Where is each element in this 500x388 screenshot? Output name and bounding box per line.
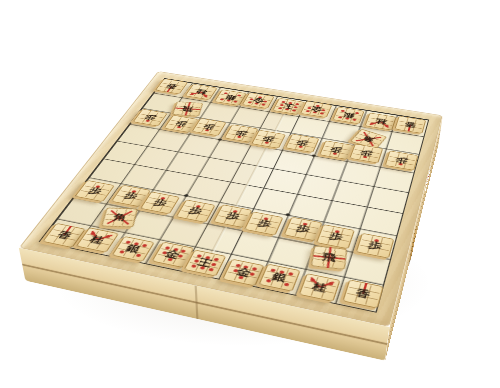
piece-face: 金 [225, 261, 262, 285]
piece-kanji: 銀 [115, 238, 152, 260]
piece-sente-pawn[interactable]: 歩 [316, 224, 355, 249]
movement-dot [195, 205, 200, 208]
movement-dot [235, 263, 241, 267]
piece-face: 金 [154, 243, 191, 266]
piece-sente-silver[interactable]: 銀 [258, 263, 300, 291]
piece-face: 香 [345, 281, 381, 306]
movement-arrow-e [329, 257, 345, 260]
piece-kanji: 歩 [352, 145, 381, 162]
piece-face: 歩 [358, 234, 391, 256]
movement-dot [119, 250, 125, 254]
piece-kanji: 飛 [314, 247, 346, 268]
movement-dot [126, 240, 132, 244]
movement-dot [250, 272, 256, 276]
piece-gote-rook[interactable]: 飛 [172, 101, 203, 116]
movement-arrow-sw [106, 217, 120, 224]
movement-arrow-nw [110, 210, 120, 218]
piece-gote-knight[interactable]: 桂 [365, 113, 397, 131]
movement-arrow-n [328, 247, 332, 257]
piece-kanji: 桂 [367, 114, 395, 129]
piece-kanji: 歩 [387, 152, 416, 169]
piece-gote-gold[interactable]: 金 [241, 92, 274, 108]
movement-dot [266, 279, 272, 283]
movement-dot [173, 247, 179, 251]
movement-dot [167, 258, 173, 262]
piece-kanji: 歩 [178, 201, 212, 221]
movement-arrow-nw [91, 231, 98, 240]
movement-dot [374, 239, 379, 243]
piece-gote-knight[interactable]: 桂 [184, 84, 217, 100]
movement-arrow-ne [97, 234, 112, 240]
piece-face: 歩 [166, 116, 196, 131]
piece-face: 歩 [78, 181, 113, 200]
movement-dot [311, 278, 317, 282]
piece-sente-silver[interactable]: 銀 [112, 236, 155, 262]
piece-kanji: 香 [46, 225, 84, 246]
movement-dot [233, 269, 239, 273]
piece-kanji: 金 [154, 243, 191, 266]
piece-sente-pawn[interactable]: 歩 [213, 204, 253, 228]
movement-dot [194, 259, 200, 263]
movement-dot [90, 231, 96, 234]
piece-face: 歩 [226, 126, 256, 142]
piece-kanji: 歩 [321, 142, 351, 159]
piece-face: 歩 [254, 131, 284, 147]
piece-kanji: 歩 [247, 213, 281, 234]
movement-dot [135, 253, 141, 257]
piece-face: 歩 [143, 193, 178, 213]
piece-face: 飛 [314, 247, 346, 268]
product-photo-scene: 香桂銀金玉金銀桂香飛角歩歩歩歩歩歩歩歩歩歩歩歩歩歩歩歩歩歩角飛香桂銀金王金銀桂香 [0, 0, 500, 388]
piece-gote-pawn[interactable]: 歩 [350, 144, 384, 164]
piece-kanji: 金 [303, 102, 331, 117]
piece-kanji: 香 [345, 281, 381, 306]
piece-face: 飛 [174, 102, 201, 115]
piece-face: 歩 [321, 142, 351, 159]
piece-gote-lance[interactable]: 香 [394, 116, 426, 134]
movement-arrow-ne [320, 281, 335, 288]
piece-kanji: 玉 [275, 99, 303, 113]
piece-gote-lance[interactable]: 香 [155, 79, 188, 95]
piece-kanji: 王 [187, 251, 224, 274]
movement-dot [211, 262, 217, 266]
movement-dot [288, 272, 294, 276]
movement-arrow-n [362, 283, 368, 294]
piece-face: 王 [187, 251, 224, 274]
movement-arrow-nw [311, 277, 321, 288]
movement-dot [283, 282, 289, 286]
piece-kanji: 銀 [334, 108, 362, 123]
piece-sente-king[interactable]: 王 [184, 249, 227, 276]
movement-dot [279, 270, 285, 274]
piece-kanji: 銀 [261, 265, 297, 289]
movement-dot [264, 217, 269, 220]
movement-arrow-ne [119, 211, 132, 218]
piece-sente-pawn[interactable]: 歩 [140, 191, 180, 214]
piece-gote-pawn[interactable]: 歩 [384, 151, 418, 171]
movement-dot [244, 265, 250, 269]
piece-kanji: 歩 [166, 116, 196, 131]
piece-kanji: 角 [103, 209, 135, 226]
piece-kanji: 桂 [187, 85, 215, 99]
piece-face: 歩 [319, 226, 353, 247]
movement-dot [233, 210, 238, 213]
movement-dot [160, 197, 165, 200]
piece-face: 歩 [352, 145, 381, 162]
piece-kanji: 金 [225, 261, 262, 285]
piece-sente-pawn[interactable]: 歩 [283, 217, 322, 241]
piece-kanji: 歩 [216, 206, 250, 226]
piece-face: 角 [103, 209, 135, 226]
movement-dot [252, 267, 258, 271]
movement-dot [96, 185, 101, 188]
shogi-board: 香桂銀金玉金銀桂香飛角歩歩歩歩歩歩歩歩歩歩歩歩歩歩歩歩歩歩角飛香桂銀金王金銀桂香 [19, 71, 443, 327]
movement-dot [178, 254, 184, 258]
piece-sente-rook[interactable]: 飛 [311, 246, 348, 270]
piece-kanji: 歩 [135, 110, 165, 125]
piece-sente-gold[interactable]: 金 [151, 241, 194, 267]
piece-face: 歩 [178, 201, 212, 221]
movement-arrow-se [118, 217, 128, 225]
piece-gote-silver[interactable]: 銀 [332, 107, 364, 124]
piece-sente-pawn[interactable]: 歩 [111, 185, 151, 207]
piece-kanji: 歩 [226, 126, 256, 142]
piece-kanji: 歩 [319, 226, 353, 247]
movement-dot [302, 222, 307, 225]
piece-kanji: 歩 [143, 193, 178, 213]
piece-kanji: 飛 [174, 102, 201, 115]
movement-arrow-w [314, 255, 330, 258]
piece-kanji: 香 [157, 80, 186, 93]
piece-face: 金 [303, 102, 331, 117]
movement-dot [270, 268, 276, 272]
movement-arrow-s [327, 258, 331, 269]
star-point [286, 213, 291, 216]
movement-dot [165, 246, 171, 250]
movement-dot [191, 264, 197, 268]
movement-dot [200, 266, 206, 270]
piece-sente-lance[interactable]: 香 [342, 279, 383, 308]
star-point [183, 194, 188, 197]
piece-sente-pawn[interactable]: 歩 [245, 211, 284, 235]
movement-dot [213, 257, 219, 261]
piece-face: 桂 [187, 85, 215, 99]
piece-face: 銀 [334, 108, 362, 123]
movement-arrow-n [64, 226, 73, 236]
movement-dot [162, 251, 168, 255]
sticker-print [429, 171, 430, 177]
movement-dot [197, 254, 203, 258]
piece-face: 歩 [113, 186, 148, 205]
piece-kanji: 金 [244, 94, 272, 108]
movement-dot [181, 249, 187, 253]
piece-face: 玉 [275, 99, 303, 113]
piece-sente-knight[interactable]: 桂 [299, 273, 341, 302]
piece-kanji: 歩 [113, 186, 148, 205]
movement-dot [131, 190, 136, 193]
piece-face: 銀 [216, 91, 244, 105]
piece-kanji: 桂 [79, 229, 116, 251]
piece-kanji: 歩 [288, 135, 318, 151]
movement-dot [142, 243, 148, 247]
piece-sente-lance[interactable]: 香 [43, 223, 87, 248]
movement-dot [328, 281, 334, 285]
piece-gote-pawn[interactable]: 歩 [285, 134, 319, 153]
piece-face: 歩 [288, 135, 318, 151]
piece-sente-pawn[interactable]: 歩 [175, 199, 215, 222]
movement-dot [205, 256, 211, 260]
piece-gote-gold[interactable]: 金 [300, 101, 332, 118]
piece-kanji: 歩 [358, 234, 391, 256]
movement-dot [208, 268, 214, 272]
piece-sente-gold[interactable]: 金 [223, 259, 266, 287]
piece-face: 歩 [216, 206, 250, 226]
piece-face: 香 [157, 80, 186, 93]
piece-kanji: 歩 [78, 181, 113, 200]
piece-face: 歩 [387, 152, 416, 169]
piece-face: 歩 [135, 110, 165, 125]
piece-kanji: 歩 [194, 119, 224, 134]
piece-face: 桂 [367, 114, 395, 129]
piece-face: 歩 [247, 213, 281, 234]
piece-kanji: 桂 [302, 275, 338, 300]
piece-sente-pawn[interactable]: 歩 [75, 180, 115, 202]
piece-face: 銀 [261, 265, 297, 289]
movement-dot [335, 230, 340, 233]
piece-kanji: 歩 [286, 218, 320, 239]
piece-kanji: 歩 [254, 131, 284, 147]
piece-kanji: 香 [396, 117, 423, 132]
piece-face: 香 [46, 225, 84, 246]
piece-face: 金 [244, 94, 272, 108]
piece-face: 桂 [79, 229, 116, 251]
piece-gote-pawn[interactable]: 歩 [133, 109, 168, 126]
piece-kanji: 銀 [216, 91, 244, 105]
piece-face: 銀 [115, 238, 152, 260]
piece-sente-bishop[interactable]: 角 [101, 208, 138, 228]
piece-face: 桂 [302, 275, 338, 300]
piece-gote-pawn[interactable]: 歩 [251, 130, 286, 149]
piece-face: 香 [396, 117, 423, 132]
piece-sente-knight[interactable]: 桂 [76, 227, 119, 252]
piece-sente-pawn[interactable]: 歩 [355, 233, 394, 259]
piece-gote-pawn[interactable]: 歩 [319, 140, 353, 159]
movement-dot [106, 235, 112, 239]
movement-dot [134, 242, 140, 246]
movement-dot [239, 276, 245, 280]
piece-face: 歩 [194, 119, 224, 134]
piece-face: 歩 [286, 218, 320, 239]
